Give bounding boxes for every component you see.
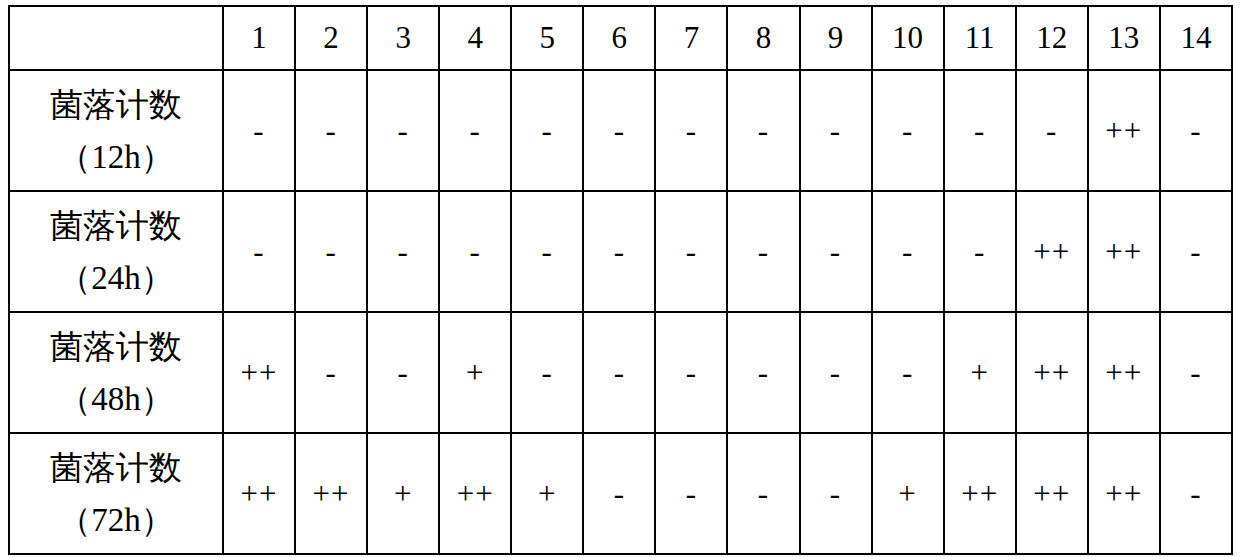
column-header-1: 1 xyxy=(223,6,295,70)
value-cell-r2-c1: - xyxy=(223,191,295,312)
row-label-line2: （12h） xyxy=(10,131,222,183)
value-cell-r2-c6: - xyxy=(583,191,655,312)
value-cell-r3-c7: - xyxy=(655,312,727,433)
value-cell-r3-c12: ++ xyxy=(1016,312,1088,433)
value-cell-r1-c10: - xyxy=(872,70,944,191)
column-header-5: 5 xyxy=(511,6,583,70)
row-label-line2: （72h） xyxy=(10,494,222,546)
column-header-4: 4 xyxy=(439,6,511,70)
value-cell-r3-c11: + xyxy=(944,312,1016,433)
row-label: 菌落计数（72h） xyxy=(9,433,223,554)
value-cell-r2-c5: - xyxy=(511,191,583,312)
value-cell-r4-c9: - xyxy=(800,433,872,554)
colony-count-table: 1234567891011121314菌落计数（12h）------------… xyxy=(8,5,1233,555)
value-cell-r3-c6: - xyxy=(583,312,655,433)
value-cell-r4-c6: - xyxy=(583,433,655,554)
value-cell-r4-c8: - xyxy=(727,433,799,554)
value-cell-r4-c1: ++ xyxy=(223,433,295,554)
value-cell-r1-c2: - xyxy=(295,70,367,191)
value-cell-r3-c1: ++ xyxy=(223,312,295,433)
column-header-9: 9 xyxy=(800,6,872,70)
value-cell-r4-c13: ++ xyxy=(1088,433,1160,554)
row-label-line2: （48h） xyxy=(10,373,222,425)
value-cell-r4-c3: + xyxy=(367,433,439,554)
row-label: 菌落计数（12h） xyxy=(9,70,223,191)
column-header-2: 2 xyxy=(295,6,367,70)
value-cell-r3-c13: ++ xyxy=(1088,312,1160,433)
value-cell-r2-c4: - xyxy=(439,191,511,312)
value-cell-r3-c5: - xyxy=(511,312,583,433)
table-row: 菌落计数（72h）++++++++----+++++++- xyxy=(9,433,1232,554)
value-cell-r2-c9: - xyxy=(800,191,872,312)
value-cell-r4-c4: ++ xyxy=(439,433,511,554)
column-header-8: 8 xyxy=(727,6,799,70)
row-label-line1: 菌落计数 xyxy=(10,442,222,494)
value-cell-r4-c2: ++ xyxy=(295,433,367,554)
corner-cell xyxy=(9,6,223,70)
value-cell-r2-c14: - xyxy=(1160,191,1232,312)
column-header-14: 14 xyxy=(1160,6,1232,70)
value-cell-r4-c12: ++ xyxy=(1016,433,1088,554)
column-header-13: 13 xyxy=(1088,6,1160,70)
table-row: 菌落计数（12h）------------++- xyxy=(9,70,1232,191)
value-cell-r3-c2: - xyxy=(295,312,367,433)
row-label-line1: 菌落计数 xyxy=(10,321,222,373)
value-cell-r4-c7: - xyxy=(655,433,727,554)
value-cell-r3-c4: + xyxy=(439,312,511,433)
row-label-line1: 菌落计数 xyxy=(10,200,222,252)
column-header-6: 6 xyxy=(583,6,655,70)
value-cell-r2-c3: - xyxy=(367,191,439,312)
table-row: 菌落计数（24h）-----------++++- xyxy=(9,191,1232,312)
value-cell-r1-c4: - xyxy=(439,70,511,191)
value-cell-r1-c14: - xyxy=(1160,70,1232,191)
value-cell-r1-c1: - xyxy=(223,70,295,191)
value-cell-r3-c14: - xyxy=(1160,312,1232,433)
value-cell-r1-c5: - xyxy=(511,70,583,191)
value-cell-r1-c6: - xyxy=(583,70,655,191)
table-row: 菌落计数（48h）++--+------+++++- xyxy=(9,312,1232,433)
row-label: 菌落计数（24h） xyxy=(9,191,223,312)
column-header-3: 3 xyxy=(367,6,439,70)
value-cell-r2-c2: - xyxy=(295,191,367,312)
value-cell-r1-c9: - xyxy=(800,70,872,191)
value-cell-r1-c3: - xyxy=(367,70,439,191)
value-cell-r3-c10: - xyxy=(872,312,944,433)
value-cell-r4-c5: + xyxy=(511,433,583,554)
value-cell-r4-c10: + xyxy=(872,433,944,554)
value-cell-r2-c11: - xyxy=(944,191,1016,312)
value-cell-r2-c8: - xyxy=(727,191,799,312)
value-cell-r3-c9: - xyxy=(800,312,872,433)
header-row: 1234567891011121314 xyxy=(9,6,1232,70)
value-cell-r3-c3: - xyxy=(367,312,439,433)
value-cell-r1-c11: - xyxy=(944,70,1016,191)
row-label-line2: （24h） xyxy=(10,252,222,304)
value-cell-r2-c10: - xyxy=(872,191,944,312)
value-cell-r1-c13: ++ xyxy=(1088,70,1160,191)
column-header-7: 7 xyxy=(655,6,727,70)
value-cell-r2-c12: ++ xyxy=(1016,191,1088,312)
value-cell-r2-c7: - xyxy=(655,191,727,312)
row-label: 菌落计数（48h） xyxy=(9,312,223,433)
column-header-10: 10 xyxy=(872,6,944,70)
value-cell-r1-c8: - xyxy=(727,70,799,191)
value-cell-r1-c12: - xyxy=(1016,70,1088,191)
column-header-11: 11 xyxy=(944,6,1016,70)
column-header-12: 12 xyxy=(1016,6,1088,70)
value-cell-r4-c11: ++ xyxy=(944,433,1016,554)
value-cell-r4-c14: - xyxy=(1160,433,1232,554)
value-cell-r1-c7: - xyxy=(655,70,727,191)
value-cell-r2-c13: ++ xyxy=(1088,191,1160,312)
value-cell-r3-c8: - xyxy=(727,312,799,433)
row-label-line1: 菌落计数 xyxy=(10,79,222,131)
page: 1234567891011121314菌落计数（12h）------------… xyxy=(0,0,1240,557)
